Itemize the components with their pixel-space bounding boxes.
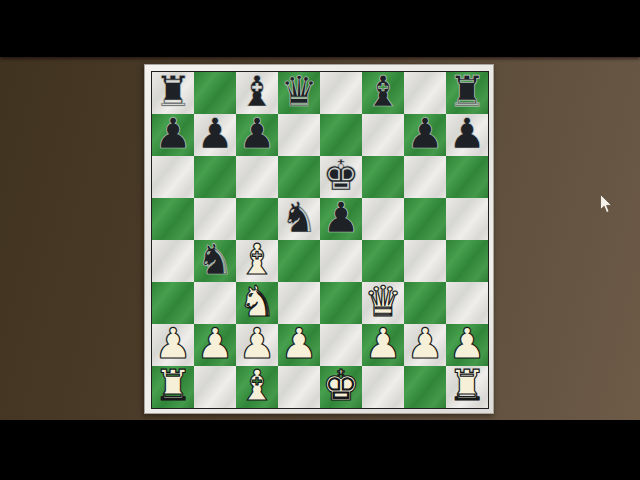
square-d3[interactable] [278, 282, 320, 324]
piece-black-pawn[interactable]: ♟ [154, 113, 192, 155]
square-b6[interactable] [194, 156, 236, 198]
square-e8[interactable] [320, 72, 362, 114]
piece-black-bishop[interactable]: ♝ [364, 71, 402, 113]
piece-black-king[interactable]: ♚ [322, 155, 360, 197]
square-h2[interactable]: ♟ [446, 324, 488, 366]
square-b8[interactable] [194, 72, 236, 114]
piece-black-pawn[interactable]: ♟ [238, 113, 276, 155]
chess-board[interactable]: ♜♝♛♝♜♟♟♟♟♟♚♞♟♞♝♞♛♟♟♟♟♟♟♟♜♝♚♜ [151, 71, 489, 409]
piece-white-queen[interactable]: ♛ [364, 281, 402, 323]
piece-black-pawn[interactable]: ♟ [448, 113, 486, 155]
square-g4[interactable] [404, 240, 446, 282]
piece-white-pawn[interactable]: ♟ [154, 323, 192, 365]
square-a6[interactable] [152, 156, 194, 198]
square-h4[interactable] [446, 240, 488, 282]
piece-black-bishop[interactable]: ♝ [238, 71, 276, 113]
piece-white-bishop[interactable]: ♝ [238, 365, 276, 407]
square-d2[interactable]: ♟ [278, 324, 320, 366]
square-c2[interactable]: ♟ [236, 324, 278, 366]
piece-black-rook[interactable]: ♜ [448, 71, 486, 113]
square-e1[interactable]: ♚ [320, 366, 362, 408]
square-f3[interactable]: ♛ [362, 282, 404, 324]
mouse-cursor-icon [600, 194, 613, 214]
square-f1[interactable] [362, 366, 404, 408]
square-g6[interactable] [404, 156, 446, 198]
square-e2[interactable] [320, 324, 362, 366]
piece-black-pawn[interactable]: ♟ [322, 197, 360, 239]
piece-white-pawn[interactable]: ♟ [238, 323, 276, 365]
square-h3[interactable] [446, 282, 488, 324]
square-g5[interactable] [404, 198, 446, 240]
square-g1[interactable] [404, 366, 446, 408]
square-a3[interactable] [152, 282, 194, 324]
square-g3[interactable] [404, 282, 446, 324]
piece-white-bishop[interactable]: ♝ [238, 239, 276, 281]
square-f7[interactable] [362, 114, 404, 156]
piece-black-knight[interactable]: ♞ [196, 239, 234, 281]
piece-white-king[interactable]: ♚ [322, 365, 360, 407]
square-b1[interactable] [194, 366, 236, 408]
square-c7[interactable]: ♟ [236, 114, 278, 156]
piece-black-queen[interactable]: ♛ [280, 71, 318, 113]
piece-white-rook[interactable]: ♜ [448, 365, 486, 407]
video-frame: ♜♝♛♝♜♟♟♟♟♟♚♞♟♞♝♞♛♟♟♟♟♟♟♟♜♝♚♜ [0, 0, 640, 480]
square-d5[interactable]: ♞ [278, 198, 320, 240]
piece-white-pawn[interactable]: ♟ [448, 323, 486, 365]
square-d7[interactable] [278, 114, 320, 156]
square-c5[interactable] [236, 198, 278, 240]
piece-white-pawn[interactable]: ♟ [280, 323, 318, 365]
letterbox-bar-bottom [0, 420, 640, 480]
piece-black-pawn[interactable]: ♟ [196, 113, 234, 155]
piece-black-pawn[interactable]: ♟ [406, 113, 444, 155]
chess-board-frame: ♜♝♛♝♜♟♟♟♟♟♚♞♟♞♝♞♛♟♟♟♟♟♟♟♜♝♚♜ [144, 64, 494, 414]
square-h1[interactable]: ♜ [446, 366, 488, 408]
square-h5[interactable] [446, 198, 488, 240]
square-h6[interactable] [446, 156, 488, 198]
piece-white-pawn[interactable]: ♟ [196, 323, 234, 365]
square-a1[interactable]: ♜ [152, 366, 194, 408]
square-f2[interactable]: ♟ [362, 324, 404, 366]
square-g7[interactable]: ♟ [404, 114, 446, 156]
square-b3[interactable] [194, 282, 236, 324]
square-e5[interactable]: ♟ [320, 198, 362, 240]
square-c3[interactable]: ♞ [236, 282, 278, 324]
square-a5[interactable] [152, 198, 194, 240]
piece-white-pawn[interactable]: ♟ [406, 323, 444, 365]
square-c1[interactable]: ♝ [236, 366, 278, 408]
square-c4[interactable]: ♝ [236, 240, 278, 282]
square-b4[interactable]: ♞ [194, 240, 236, 282]
square-e4[interactable] [320, 240, 362, 282]
square-b7[interactable]: ♟ [194, 114, 236, 156]
letterbox-bar-top [0, 0, 640, 57]
square-c8[interactable]: ♝ [236, 72, 278, 114]
square-d1[interactable] [278, 366, 320, 408]
piece-black-knight[interactable]: ♞ [280, 197, 318, 239]
square-d8[interactable]: ♛ [278, 72, 320, 114]
square-g2[interactable]: ♟ [404, 324, 446, 366]
square-a2[interactable]: ♟ [152, 324, 194, 366]
square-g8[interactable] [404, 72, 446, 114]
square-e3[interactable] [320, 282, 362, 324]
square-h8[interactable]: ♜ [446, 72, 488, 114]
square-f5[interactable] [362, 198, 404, 240]
piece-white-rook[interactable]: ♜ [154, 365, 192, 407]
square-d6[interactable] [278, 156, 320, 198]
square-d4[interactable] [278, 240, 320, 282]
piece-white-pawn[interactable]: ♟ [364, 323, 402, 365]
square-e6[interactable]: ♚ [320, 156, 362, 198]
square-f4[interactable] [362, 240, 404, 282]
square-h7[interactable]: ♟ [446, 114, 488, 156]
square-c6[interactable] [236, 156, 278, 198]
square-a7[interactable]: ♟ [152, 114, 194, 156]
square-b5[interactable] [194, 198, 236, 240]
square-a4[interactable] [152, 240, 194, 282]
square-f8[interactable]: ♝ [362, 72, 404, 114]
piece-black-rook[interactable]: ♜ [154, 71, 192, 113]
square-e7[interactable] [320, 114, 362, 156]
square-f6[interactable] [362, 156, 404, 198]
piece-white-knight[interactable]: ♞ [238, 281, 276, 323]
square-a8[interactable]: ♜ [152, 72, 194, 114]
square-b2[interactable]: ♟ [194, 324, 236, 366]
